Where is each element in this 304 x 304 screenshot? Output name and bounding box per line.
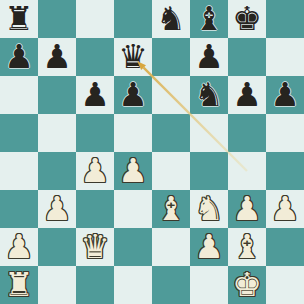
square-h8[interactable] — [266, 0, 304, 38]
square-c8[interactable] — [76, 0, 114, 38]
square-d8[interactable] — [114, 0, 152, 38]
square-b1[interactable] — [38, 266, 76, 304]
square-f5[interactable] — [190, 114, 228, 152]
square-h6[interactable]: ♟ — [266, 76, 304, 114]
square-a1[interactable]: ♜ — [0, 266, 38, 304]
square-g1[interactable]: ♚ — [228, 266, 266, 304]
square-a7[interactable]: ♟ — [0, 38, 38, 76]
square-a3[interactable] — [0, 190, 38, 228]
square-c3[interactable] — [76, 190, 114, 228]
piece-black-bishop[interactable]: ♝ — [194, 0, 224, 38]
square-h2[interactable] — [266, 228, 304, 266]
square-e7[interactable] — [152, 38, 190, 76]
piece-black-pawn[interactable]: ♟ — [270, 76, 300, 114]
square-h3[interactable]: ♟ — [266, 190, 304, 228]
square-b5[interactable] — [38, 114, 76, 152]
piece-white-pawn[interactable]: ♟ — [118, 152, 148, 190]
piece-white-rook[interactable]: ♜ — [4, 266, 34, 304]
square-e2[interactable] — [152, 228, 190, 266]
square-c1[interactable] — [76, 266, 114, 304]
square-c5[interactable] — [76, 114, 114, 152]
square-f7[interactable]: ♟ — [190, 38, 228, 76]
square-e6[interactable] — [152, 76, 190, 114]
piece-white-pawn[interactable]: ♟ — [42, 190, 72, 228]
piece-black-knight[interactable]: ♞ — [194, 76, 224, 114]
square-e3[interactable]: ♝ — [152, 190, 190, 228]
square-c4[interactable]: ♟ — [76, 152, 114, 190]
square-d1[interactable] — [114, 266, 152, 304]
square-g2[interactable]: ♝ — [228, 228, 266, 266]
square-c6[interactable]: ♟ — [76, 76, 114, 114]
square-f2[interactable]: ♟ — [190, 228, 228, 266]
piece-white-pawn[interactable]: ♟ — [4, 228, 34, 266]
piece-black-pawn[interactable]: ♟ — [4, 38, 34, 76]
square-a6[interactable] — [0, 76, 38, 114]
square-a8[interactable]: ♜ — [0, 0, 38, 38]
square-g6[interactable]: ♟ — [228, 76, 266, 114]
square-h5[interactable] — [266, 114, 304, 152]
chess-board-wrap: ♜♞♝♚♟♟♛♟♟♟♞♟♟♟♟♟♝♞♟♟♟♛♟♝♜♚ — [0, 0, 304, 304]
piece-white-bishop[interactable]: ♝ — [232, 228, 262, 266]
square-g4[interactable] — [228, 152, 266, 190]
square-d2[interactable] — [114, 228, 152, 266]
square-b3[interactable]: ♟ — [38, 190, 76, 228]
piece-black-pawn[interactable]: ♟ — [232, 76, 262, 114]
square-d4[interactable]: ♟ — [114, 152, 152, 190]
square-e5[interactable] — [152, 114, 190, 152]
square-h4[interactable] — [266, 152, 304, 190]
piece-black-rook[interactable]: ♜ — [4, 0, 34, 38]
square-f8[interactable]: ♝ — [190, 0, 228, 38]
piece-black-pawn[interactable]: ♟ — [194, 38, 224, 76]
square-d6[interactable]: ♟ — [114, 76, 152, 114]
piece-white-bishop[interactable]: ♝ — [156, 190, 186, 228]
piece-white-king[interactable]: ♚ — [232, 266, 262, 304]
square-a2[interactable]: ♟ — [0, 228, 38, 266]
square-d5[interactable] — [114, 114, 152, 152]
piece-white-pawn[interactable]: ♟ — [232, 190, 262, 228]
piece-black-knight[interactable]: ♞ — [156, 0, 186, 38]
square-e4[interactable] — [152, 152, 190, 190]
square-h7[interactable] — [266, 38, 304, 76]
square-b8[interactable] — [38, 0, 76, 38]
square-b6[interactable] — [38, 76, 76, 114]
square-b2[interactable] — [38, 228, 76, 266]
square-b4[interactable] — [38, 152, 76, 190]
square-a5[interactable] — [0, 114, 38, 152]
chess-board: ♜♞♝♚♟♟♛♟♟♟♞♟♟♟♟♟♝♞♟♟♟♛♟♝♜♚ — [0, 0, 304, 304]
piece-black-pawn[interactable]: ♟ — [42, 38, 72, 76]
square-a4[interactable] — [0, 152, 38, 190]
square-f6[interactable]: ♞ — [190, 76, 228, 114]
square-d3[interactable] — [114, 190, 152, 228]
square-e1[interactable] — [152, 266, 190, 304]
square-g3[interactable]: ♟ — [228, 190, 266, 228]
piece-black-queen[interactable]: ♛ — [118, 38, 148, 76]
piece-white-pawn[interactable]: ♟ — [270, 190, 300, 228]
square-b7[interactable]: ♟ — [38, 38, 76, 76]
piece-white-pawn[interactable]: ♟ — [194, 228, 224, 266]
piece-black-king[interactable]: ♚ — [232, 0, 262, 38]
square-f4[interactable] — [190, 152, 228, 190]
piece-white-pawn[interactable]: ♟ — [80, 152, 110, 190]
square-g7[interactable] — [228, 38, 266, 76]
square-h1[interactable] — [266, 266, 304, 304]
piece-white-queen[interactable]: ♛ — [80, 228, 110, 266]
square-g8[interactable]: ♚ — [228, 0, 266, 38]
square-f1[interactable] — [190, 266, 228, 304]
piece-black-pawn[interactable]: ♟ — [118, 76, 148, 114]
square-g5[interactable] — [228, 114, 266, 152]
square-f3[interactable]: ♞ — [190, 190, 228, 228]
square-e8[interactable]: ♞ — [152, 0, 190, 38]
square-c7[interactable] — [76, 38, 114, 76]
square-c2[interactable]: ♛ — [76, 228, 114, 266]
piece-white-knight[interactable]: ♞ — [194, 190, 224, 228]
piece-black-pawn[interactable]: ♟ — [80, 76, 110, 114]
square-d7[interactable]: ♛ — [114, 38, 152, 76]
